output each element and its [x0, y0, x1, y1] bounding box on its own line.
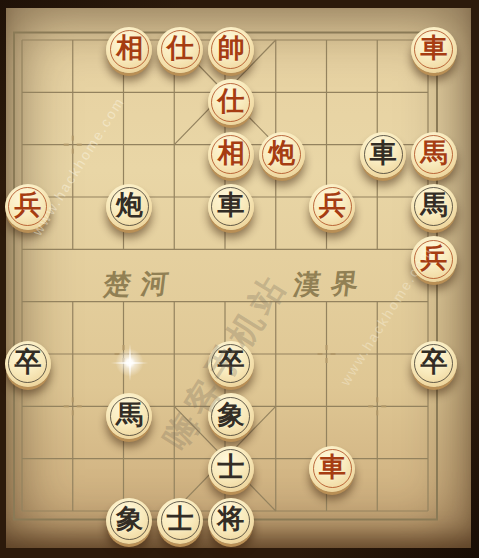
piece-red-elephant[interactable]: 相 [206, 126, 257, 178]
piece-red-chariot[interactable]: 車 [307, 440, 358, 492]
piece-red-cannon[interactable]: 炮 [256, 126, 307, 178]
piece-black-soldier[interactable]: 卒 [3, 336, 54, 388]
piece-black-advisor[interactable]: 士 [155, 493, 206, 545]
piece-black-chariot[interactable]: 車 [206, 179, 257, 231]
piece-black-general[interactable]: 将 [206, 493, 257, 545]
piece-red-advisor[interactable]: 仕 [206, 74, 257, 126]
board-panel: 楚河 漢界 相仕帥車仕相炮車馬兵炮車兵馬兵卒卒卒馬象士車象士将 www.hack… [6, 8, 471, 548]
piece-red-chariot[interactable]: 車 [409, 22, 460, 74]
xiangqi-game-screen: 楚河 漢界 相仕帥車仕相炮車馬兵炮車兵馬兵卒卒卒馬象士車象士将 www.hack… [0, 0, 479, 558]
river-label-left: 楚河 [102, 265, 181, 302]
piece-black-soldier[interactable]: 卒 [206, 336, 257, 388]
piece-red-general[interactable]: 帥 [206, 22, 257, 74]
piece-red-horse[interactable]: 馬 [409, 126, 460, 178]
piece-black-cannon[interactable]: 炮 [104, 179, 155, 231]
piece-black-advisor[interactable]: 士 [206, 440, 257, 492]
piece-red-soldier[interactable]: 兵 [3, 179, 54, 231]
piece-black-soldier[interactable]: 卒 [409, 336, 460, 388]
piece-red-advisor[interactable]: 仕 [155, 22, 206, 74]
piece-black-horse[interactable]: 馬 [104, 388, 155, 440]
piece-black-chariot[interactable]: 車 [358, 126, 409, 178]
piece-black-elephant[interactable]: 象 [206, 388, 257, 440]
piece-red-soldier[interactable]: 兵 [307, 179, 358, 231]
piece-black-horse[interactable]: 馬 [409, 179, 460, 231]
piece-black-elephant[interactable]: 象 [104, 493, 155, 545]
piece-red-soldier[interactable]: 兵 [409, 231, 460, 283]
river-label-right: 漢界 [292, 265, 371, 302]
piece-red-elephant[interactable]: 相 [104, 22, 155, 74]
